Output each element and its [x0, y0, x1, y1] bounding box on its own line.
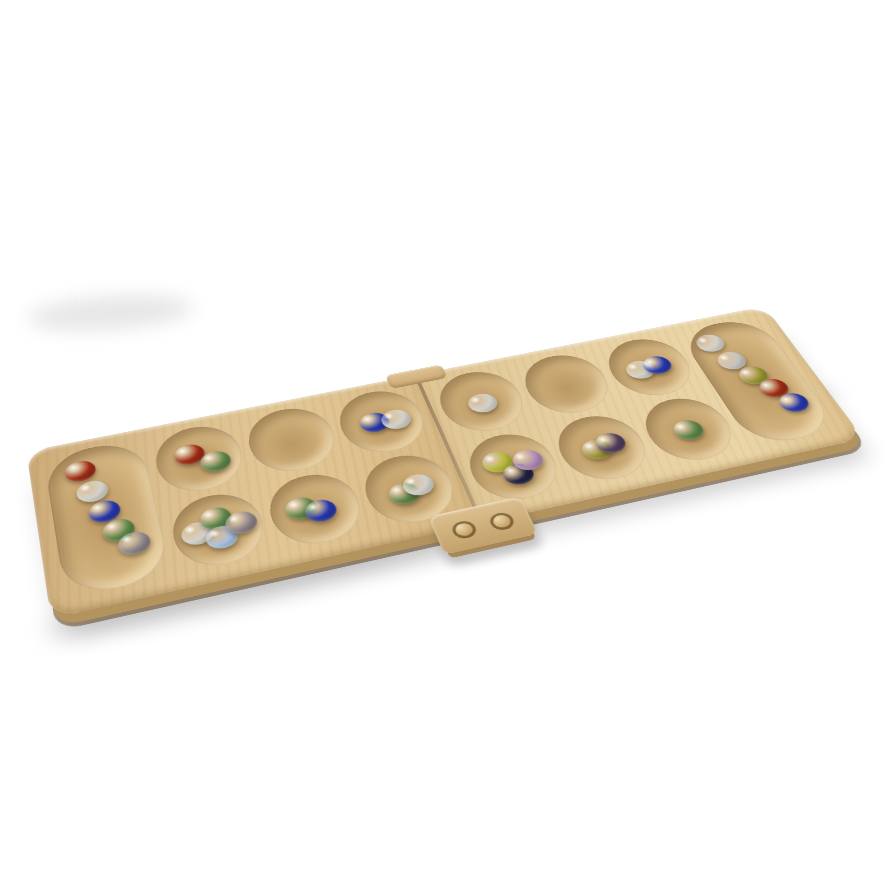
stone-green	[669, 418, 708, 442]
pit-top-2[interactable]	[241, 402, 343, 478]
product-photo-scene	[0, 0, 888, 888]
pit-bottom-1[interactable]	[166, 487, 272, 573]
background-smudge	[27, 290, 194, 335]
pit-top-6[interactable]	[596, 333, 703, 402]
pit-bottom-5[interactable]	[547, 410, 659, 487]
store-left	[43, 438, 172, 599]
pit-top-5[interactable]	[514, 349, 620, 419]
hinge-pin	[487, 511, 516, 532]
stone-clear	[464, 391, 500, 414]
pit-top-3[interactable]	[330, 385, 433, 459]
mancala-board	[26, 306, 863, 618]
hinge-pin	[449, 519, 478, 540]
stone-clear	[692, 333, 728, 354]
board-half-right	[416, 306, 864, 523]
pit-top-1[interactable]	[150, 420, 250, 498]
pit-bottom-2[interactable]	[262, 468, 370, 552]
pit-bottom-4[interactable]	[459, 427, 570, 506]
